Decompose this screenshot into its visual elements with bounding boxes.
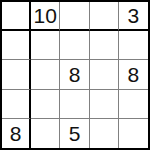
cell-r1c2[interactable]: 10 (31, 2, 60, 31)
cell-r2c2[interactable] (31, 31, 60, 60)
cell-r5c4[interactable] (90, 119, 119, 148)
cell-r5c1[interactable]: 8 (2, 119, 31, 148)
cell-r2c4[interactable] (90, 31, 119, 60)
cell-r5c3[interactable]: 5 (60, 119, 89, 148)
cell-r4c2[interactable] (31, 90, 60, 119)
cell-r2c3[interactable] (60, 31, 89, 60)
cell-r4c1[interactable] (2, 90, 31, 119)
cell-r3c3[interactable]: 8 (60, 60, 89, 89)
cell-r5c5[interactable] (119, 119, 148, 148)
cell-r1c1[interactable] (2, 2, 31, 31)
cell-r4c3[interactable] (60, 90, 89, 119)
cell-r1c4[interactable] (90, 2, 119, 31)
cell-r5c2[interactable] (31, 119, 60, 148)
cell-r2c5[interactable] (119, 31, 148, 60)
cell-r1c3[interactable] (60, 2, 89, 31)
cell-r4c5[interactable] (119, 90, 148, 119)
cell-r3c1[interactable] (2, 60, 31, 89)
cell-r1c5[interactable]: 3 (119, 2, 148, 31)
cell-r4c4[interactable] (90, 90, 119, 119)
cell-r3c2[interactable] (31, 60, 60, 89)
cell-r3c5[interactable]: 8 (119, 60, 148, 89)
cell-r2c1[interactable] (2, 31, 31, 60)
cell-r3c4[interactable] (90, 60, 119, 89)
puzzle-board: 1038885 (0, 0, 150, 150)
